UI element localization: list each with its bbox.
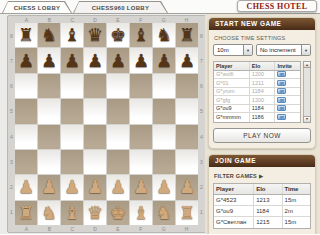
- rank-label-3: 3: [8, 149, 15, 174]
- player-row[interactable]: G*mmmm1186✉: [214, 113, 300, 122]
- square-g3[interactable]: [153, 150, 175, 174]
- increment-select-value: No increment: [257, 45, 301, 55]
- square-f2[interactable]: ♟: [130, 175, 152, 199]
- square-h4[interactable]: [176, 125, 198, 149]
- player-name: G*4523: [214, 195, 253, 205]
- game-time: 15m: [282, 195, 310, 205]
- rank-labels-right: 87654321: [198, 23, 205, 225]
- tab-chess-lobby-label: CHESS LOBBY: [14, 5, 61, 11]
- file-label-d: D: [84, 225, 107, 232]
- player-row[interactable]: G*Светлан121515m: [214, 217, 310, 228]
- scroll-up-icon[interactable]: ▲: [303, 61, 311, 68]
- square-f3[interactable]: [130, 150, 152, 174]
- tab-chess-lobby[interactable]: CHESS LOBBY: [2, 1, 72, 13]
- file-label-e: E: [107, 225, 130, 232]
- square-h7[interactable]: ♟: [176, 48, 198, 72]
- square-g7[interactable]: ♟: [153, 48, 175, 72]
- square-d7[interactable]: ♟: [84, 48, 106, 72]
- piece-white-pawn: ♟: [18, 178, 34, 196]
- rank-label-5: 5: [8, 99, 15, 124]
- tab-chess960-lobby[interactable]: CHESS960 LOBBY: [73, 1, 168, 13]
- square-d8[interactable]: ♛: [84, 23, 106, 47]
- square-d1[interactable]: ♛: [84, 201, 106, 225]
- player-name: G*Светлан: [214, 217, 253, 228]
- square-f6[interactable]: [130, 74, 152, 98]
- player-elo: 1213: [253, 195, 281, 205]
- invite-table-area: PlayerEloInviteG*wolfi1200✉G*011211✉G*yr…: [213, 61, 311, 123]
- player-elo: 1200: [249, 71, 275, 79]
- square-e4[interactable]: [107, 125, 129, 149]
- file-label-d: D: [84, 16, 107, 23]
- player-name: G*gfg: [214, 96, 249, 104]
- join-game-body: FILTER GAMES ▶ PlayerEloTimeG*4523121315…: [209, 167, 315, 235]
- square-b1[interactable]: ♞: [38, 201, 60, 225]
- file-label-g: G: [152, 16, 175, 23]
- player-name: G*wolfi: [214, 71, 249, 79]
- file-label-h: H: [175, 225, 198, 232]
- piece-white-king: ♚: [110, 204, 126, 222]
- column-header-player: Player: [214, 184, 253, 194]
- square-f8[interactable]: ♝: [130, 23, 152, 47]
- invite-cell: ✉: [274, 79, 300, 87]
- game-time: 2m: [282, 206, 310, 216]
- square-c1[interactable]: ♝: [61, 201, 83, 225]
- piece-black-knight: ♞: [41, 26, 57, 44]
- square-e6[interactable]: [107, 74, 129, 98]
- start-new-game-panel: START NEW GAME CHOOSE TIME SETTINGS 10m …: [208, 17, 316, 149]
- column-header-invite: Invite: [274, 62, 300, 70]
- rank-label-1: 1: [198, 200, 205, 225]
- piece-black-pawn: ♟: [41, 52, 57, 70]
- piece-black-rook: ♜: [179, 26, 195, 44]
- piece-black-king: ♚: [110, 26, 126, 44]
- filter-games-link[interactable]: FILTER GAMES ▶: [214, 173, 311, 179]
- rank-label-4: 4: [8, 124, 15, 149]
- rank-label-3: 3: [198, 149, 205, 174]
- player-elo: 1200: [249, 96, 275, 104]
- square-g4[interactable]: [153, 125, 175, 149]
- square-b3[interactable]: [38, 150, 60, 174]
- chess-board: ABCDEFGH ABCDEFGH 87654321 87654321 ♜♞♝♛…: [7, 15, 206, 233]
- right-panel: START NEW GAME CHOOSE TIME SETTINGS 10m …: [205, 14, 320, 234]
- piece-white-rook: ♜: [18, 204, 34, 222]
- player-row[interactable]: G*011211✉: [214, 79, 300, 88]
- column-header-elo: Elo: [253, 184, 281, 194]
- square-f7[interactable]: ♟: [130, 48, 152, 72]
- file-label-f: F: [129, 225, 152, 232]
- square-f5[interactable]: [130, 99, 152, 123]
- rank-label-6: 6: [8, 74, 15, 99]
- piece-black-pawn: ♟: [18, 52, 34, 70]
- column-header-player: Player: [214, 62, 249, 70]
- file-label-b: B: [38, 16, 61, 23]
- file-label-h: H: [175, 16, 198, 23]
- piece-white-knight: ♞: [41, 204, 57, 222]
- scrollbar[interactable]: ▲ ▼: [303, 61, 311, 123]
- rank-label-7: 7: [8, 48, 15, 73]
- piece-white-bishop: ♝: [133, 204, 149, 222]
- square-a1[interactable]: ♜: [15, 201, 37, 225]
- square-c7[interactable]: ♟: [61, 48, 83, 72]
- join-game-panel: JOIN GAME FILTER GAMES ▶ PlayerEloTimeG*…: [208, 154, 316, 235]
- square-b2[interactable]: ♟: [38, 175, 60, 199]
- file-label-e: E: [107, 16, 130, 23]
- player-name: G*mmmm: [214, 113, 249, 122]
- invite-cell: ✉: [274, 113, 300, 122]
- rank-label-2: 2: [198, 175, 205, 200]
- time-select[interactable]: 10m ▼: [213, 44, 253, 56]
- time-settings: 10m ▼ No increment ▼: [213, 44, 311, 56]
- square-d6[interactable]: [84, 74, 106, 98]
- piece-black-pawn: ♟: [156, 52, 172, 70]
- piece-white-pawn: ♟: [87, 178, 103, 196]
- join-game-title: JOIN GAME: [209, 155, 315, 167]
- invite-players-table: PlayerEloInviteG*wolfi1200✉G*011211✉G*yr…: [213, 61, 301, 123]
- player-elo: 1211: [249, 79, 275, 87]
- piece-black-pawn: ♟: [133, 52, 149, 70]
- rank-label-5: 5: [198, 99, 205, 124]
- square-f4[interactable]: [130, 125, 152, 149]
- rank-label-7: 7: [198, 48, 205, 73]
- board-squares: ♜♞♝♛♚♝♞♜♟♟♟♟♟♟♟♟♟♟♟♟♟♟♟♟♜♞♝♛♚♝♞♜: [15, 23, 198, 225]
- square-a3[interactable]: [15, 150, 37, 174]
- square-e8[interactable]: ♚: [107, 23, 129, 47]
- square-b8[interactable]: ♞: [38, 23, 60, 47]
- tab-face: CHESS960 LOBBY: [74, 2, 167, 13]
- table-header-row: PlayerEloTime: [214, 184, 310, 195]
- player-row[interactable]: G*gfg1200✉: [214, 96, 300, 105]
- piece-black-knight: ♞: [156, 26, 172, 44]
- file-label-a: A: [15, 16, 38, 23]
- invite-cell: ✉: [274, 88, 300, 96]
- chevron-down-icon[interactable]: ▼: [301, 45, 310, 55]
- square-f1[interactable]: ♝: [130, 201, 152, 225]
- chevron-down-icon[interactable]: ▼: [243, 45, 252, 55]
- piece-black-rook: ♜: [18, 26, 34, 44]
- player-row[interactable]: G*4523121315m: [214, 195, 310, 206]
- start-new-game-title: START NEW GAME: [209, 18, 315, 30]
- rank-label-8: 8: [8, 23, 15, 48]
- player-elo: 1184: [249, 105, 275, 113]
- square-g6[interactable]: [153, 74, 175, 98]
- square-a7[interactable]: ♟: [15, 48, 37, 72]
- time-select-value: 10m: [214, 45, 243, 55]
- square-d2[interactable]: ♟: [84, 175, 106, 199]
- piece-white-rook: ♜: [179, 204, 195, 222]
- piece-black-pawn: ♟: [87, 52, 103, 70]
- player-name: G*01: [214, 79, 249, 87]
- tab-face: CHESS LOBBY: [3, 2, 71, 13]
- invite-cell: ✉: [274, 96, 300, 104]
- square-c5[interactable]: [61, 99, 83, 123]
- player-elo: 1186: [249, 113, 275, 122]
- invite-cell: ✉: [274, 105, 300, 113]
- player-row[interactable]: G*wolfi1200✉: [214, 71, 300, 80]
- file-label-f: F: [129, 16, 152, 23]
- square-c2[interactable]: ♟: [61, 175, 83, 199]
- square-c6[interactable]: [61, 74, 83, 98]
- square-g1[interactable]: ♞: [153, 201, 175, 225]
- file-label-b: B: [38, 225, 61, 232]
- invite-envelope-icon[interactable]: ✉: [277, 71, 286, 77]
- rank-label-8: 8: [198, 23, 205, 48]
- square-d3[interactable]: [84, 150, 106, 174]
- piece-black-queen: ♛: [87, 26, 103, 44]
- invite-cell: ✉: [274, 71, 300, 79]
- file-label-c: C: [61, 16, 84, 23]
- player-row[interactable]: G*ou91184✉: [214, 105, 300, 114]
- player-name: G*ou9: [214, 206, 253, 216]
- game-time: 15m: [282, 217, 310, 228]
- player-elo: 1184: [249, 88, 275, 96]
- scroll-down-icon[interactable]: ▼: [303, 116, 311, 123]
- square-a4[interactable]: [15, 125, 37, 149]
- filter-arrow-icon: ▶: [259, 173, 263, 179]
- invite-envelope-icon[interactable]: ✉: [277, 80, 286, 86]
- file-labels-top: ABCDEFGH: [15, 16, 198, 23]
- square-h2[interactable]: ♟: [176, 175, 198, 199]
- square-a2[interactable]: ♟: [15, 175, 37, 199]
- player-row[interactable]: G*yrum1184✉: [214, 88, 300, 97]
- player-row[interactable]: G*ou911842m: [214, 206, 310, 217]
- square-e7[interactable]: ♟: [107, 48, 129, 72]
- square-a5[interactable]: [15, 99, 37, 123]
- square-g5[interactable]: [153, 99, 175, 123]
- play-now-button[interactable]: PLAY NOW: [213, 128, 311, 143]
- piece-black-pawn: ♟: [64, 52, 80, 70]
- square-e3[interactable]: [107, 150, 129, 174]
- player-name: G*ou9: [214, 105, 249, 113]
- square-d5[interactable]: [84, 99, 106, 123]
- square-c3[interactable]: [61, 150, 83, 174]
- invite-envelope-icon[interactable]: ✉: [277, 114, 286, 120]
- tab-bar: CHESS LOBBY CHESS960 LOBBY CHESS HOTEL: [0, 0, 320, 13]
- rank-label-6: 6: [198, 74, 205, 99]
- piece-black-pawn: ♟: [110, 52, 126, 70]
- main-content: ABCDEFGH ABCDEFGH 87654321 87654321 ♜♞♝♛…: [0, 13, 320, 234]
- player-elo: 1184: [253, 206, 281, 216]
- rank-labels-left: 87654321: [8, 23, 15, 225]
- square-b5[interactable]: [38, 99, 60, 123]
- filter-games-label: FILTER GAMES: [214, 173, 257, 179]
- square-h3[interactable]: [176, 150, 198, 174]
- square-h6[interactable]: [176, 74, 198, 98]
- square-a8[interactable]: ♜: [15, 23, 37, 47]
- piece-white-pawn: ♟: [133, 178, 149, 196]
- square-e1[interactable]: ♚: [107, 201, 129, 225]
- file-label-c: C: [61, 225, 84, 232]
- square-h8[interactable]: ♜: [176, 23, 198, 47]
- square-h1[interactable]: ♜: [176, 201, 198, 225]
- invite-envelope-icon[interactable]: ✉: [277, 105, 286, 111]
- invite-envelope-icon[interactable]: ✉: [277, 88, 286, 94]
- square-b7[interactable]: ♟: [38, 48, 60, 72]
- square-c8[interactable]: ♝: [61, 23, 83, 47]
- increment-select[interactable]: No increment ▼: [256, 44, 311, 56]
- piece-white-pawn: ♟: [156, 178, 172, 196]
- choose-time-settings-label: CHOOSE TIME SETTINGS: [214, 35, 311, 41]
- square-e5[interactable]: [107, 99, 129, 123]
- piece-white-knight: ♞: [156, 204, 172, 222]
- file-label-g: G: [152, 225, 175, 232]
- chess-hotel-logo[interactable]: CHESS HOTEL: [237, 0, 317, 12]
- rank-label-2: 2: [8, 175, 15, 200]
- piece-white-pawn: ♟: [110, 178, 126, 196]
- piece-white-pawn: ♟: [179, 178, 195, 196]
- square-e2[interactable]: ♟: [107, 175, 129, 199]
- square-g8[interactable]: ♞: [153, 23, 175, 47]
- piece-white-queen: ♛: [87, 204, 103, 222]
- square-b4[interactable]: [38, 125, 60, 149]
- join-games-table: PlayerEloTimeG*4523121315mG*ou911842mG*С…: [213, 183, 311, 229]
- rank-label-4: 4: [198, 124, 205, 149]
- piece-white-bishop: ♝: [64, 204, 80, 222]
- file-labels-bottom: ABCDEFGH: [15, 225, 198, 232]
- column-header-elo: Elo: [249, 62, 275, 70]
- square-g2[interactable]: ♟: [153, 175, 175, 199]
- piece-black-bishop: ♝: [64, 26, 80, 44]
- square-d4[interactable]: [84, 125, 106, 149]
- column-header-time: Time: [282, 184, 310, 194]
- square-a6[interactable]: [15, 74, 37, 98]
- piece-black-pawn: ♟: [179, 52, 195, 70]
- piece-black-bishop: ♝: [133, 26, 149, 44]
- square-b6[interactable]: [38, 74, 60, 98]
- invite-envelope-icon[interactable]: ✉: [277, 97, 286, 103]
- file-label-a: A: [15, 225, 38, 232]
- piece-white-pawn: ♟: [41, 178, 57, 196]
- start-new-game-body: CHOOSE TIME SETTINGS 10m ▼ No increment …: [209, 30, 315, 148]
- table-header-row: PlayerEloInvite: [214, 62, 300, 71]
- square-h5[interactable]: [176, 99, 198, 123]
- rank-label-1: 1: [8, 200, 15, 225]
- player-name: G*yrum: [214, 88, 249, 96]
- chess-hotel-lobby: CHESS LOBBY CHESS960 LOBBY CHESS HOTEL A…: [0, 0, 320, 234]
- piece-white-pawn: ♟: [64, 178, 80, 196]
- square-c4[interactable]: [61, 125, 83, 149]
- player-elo: 1215: [253, 217, 281, 228]
- tab-chess960-lobby-label: CHESS960 LOBBY: [92, 5, 150, 11]
